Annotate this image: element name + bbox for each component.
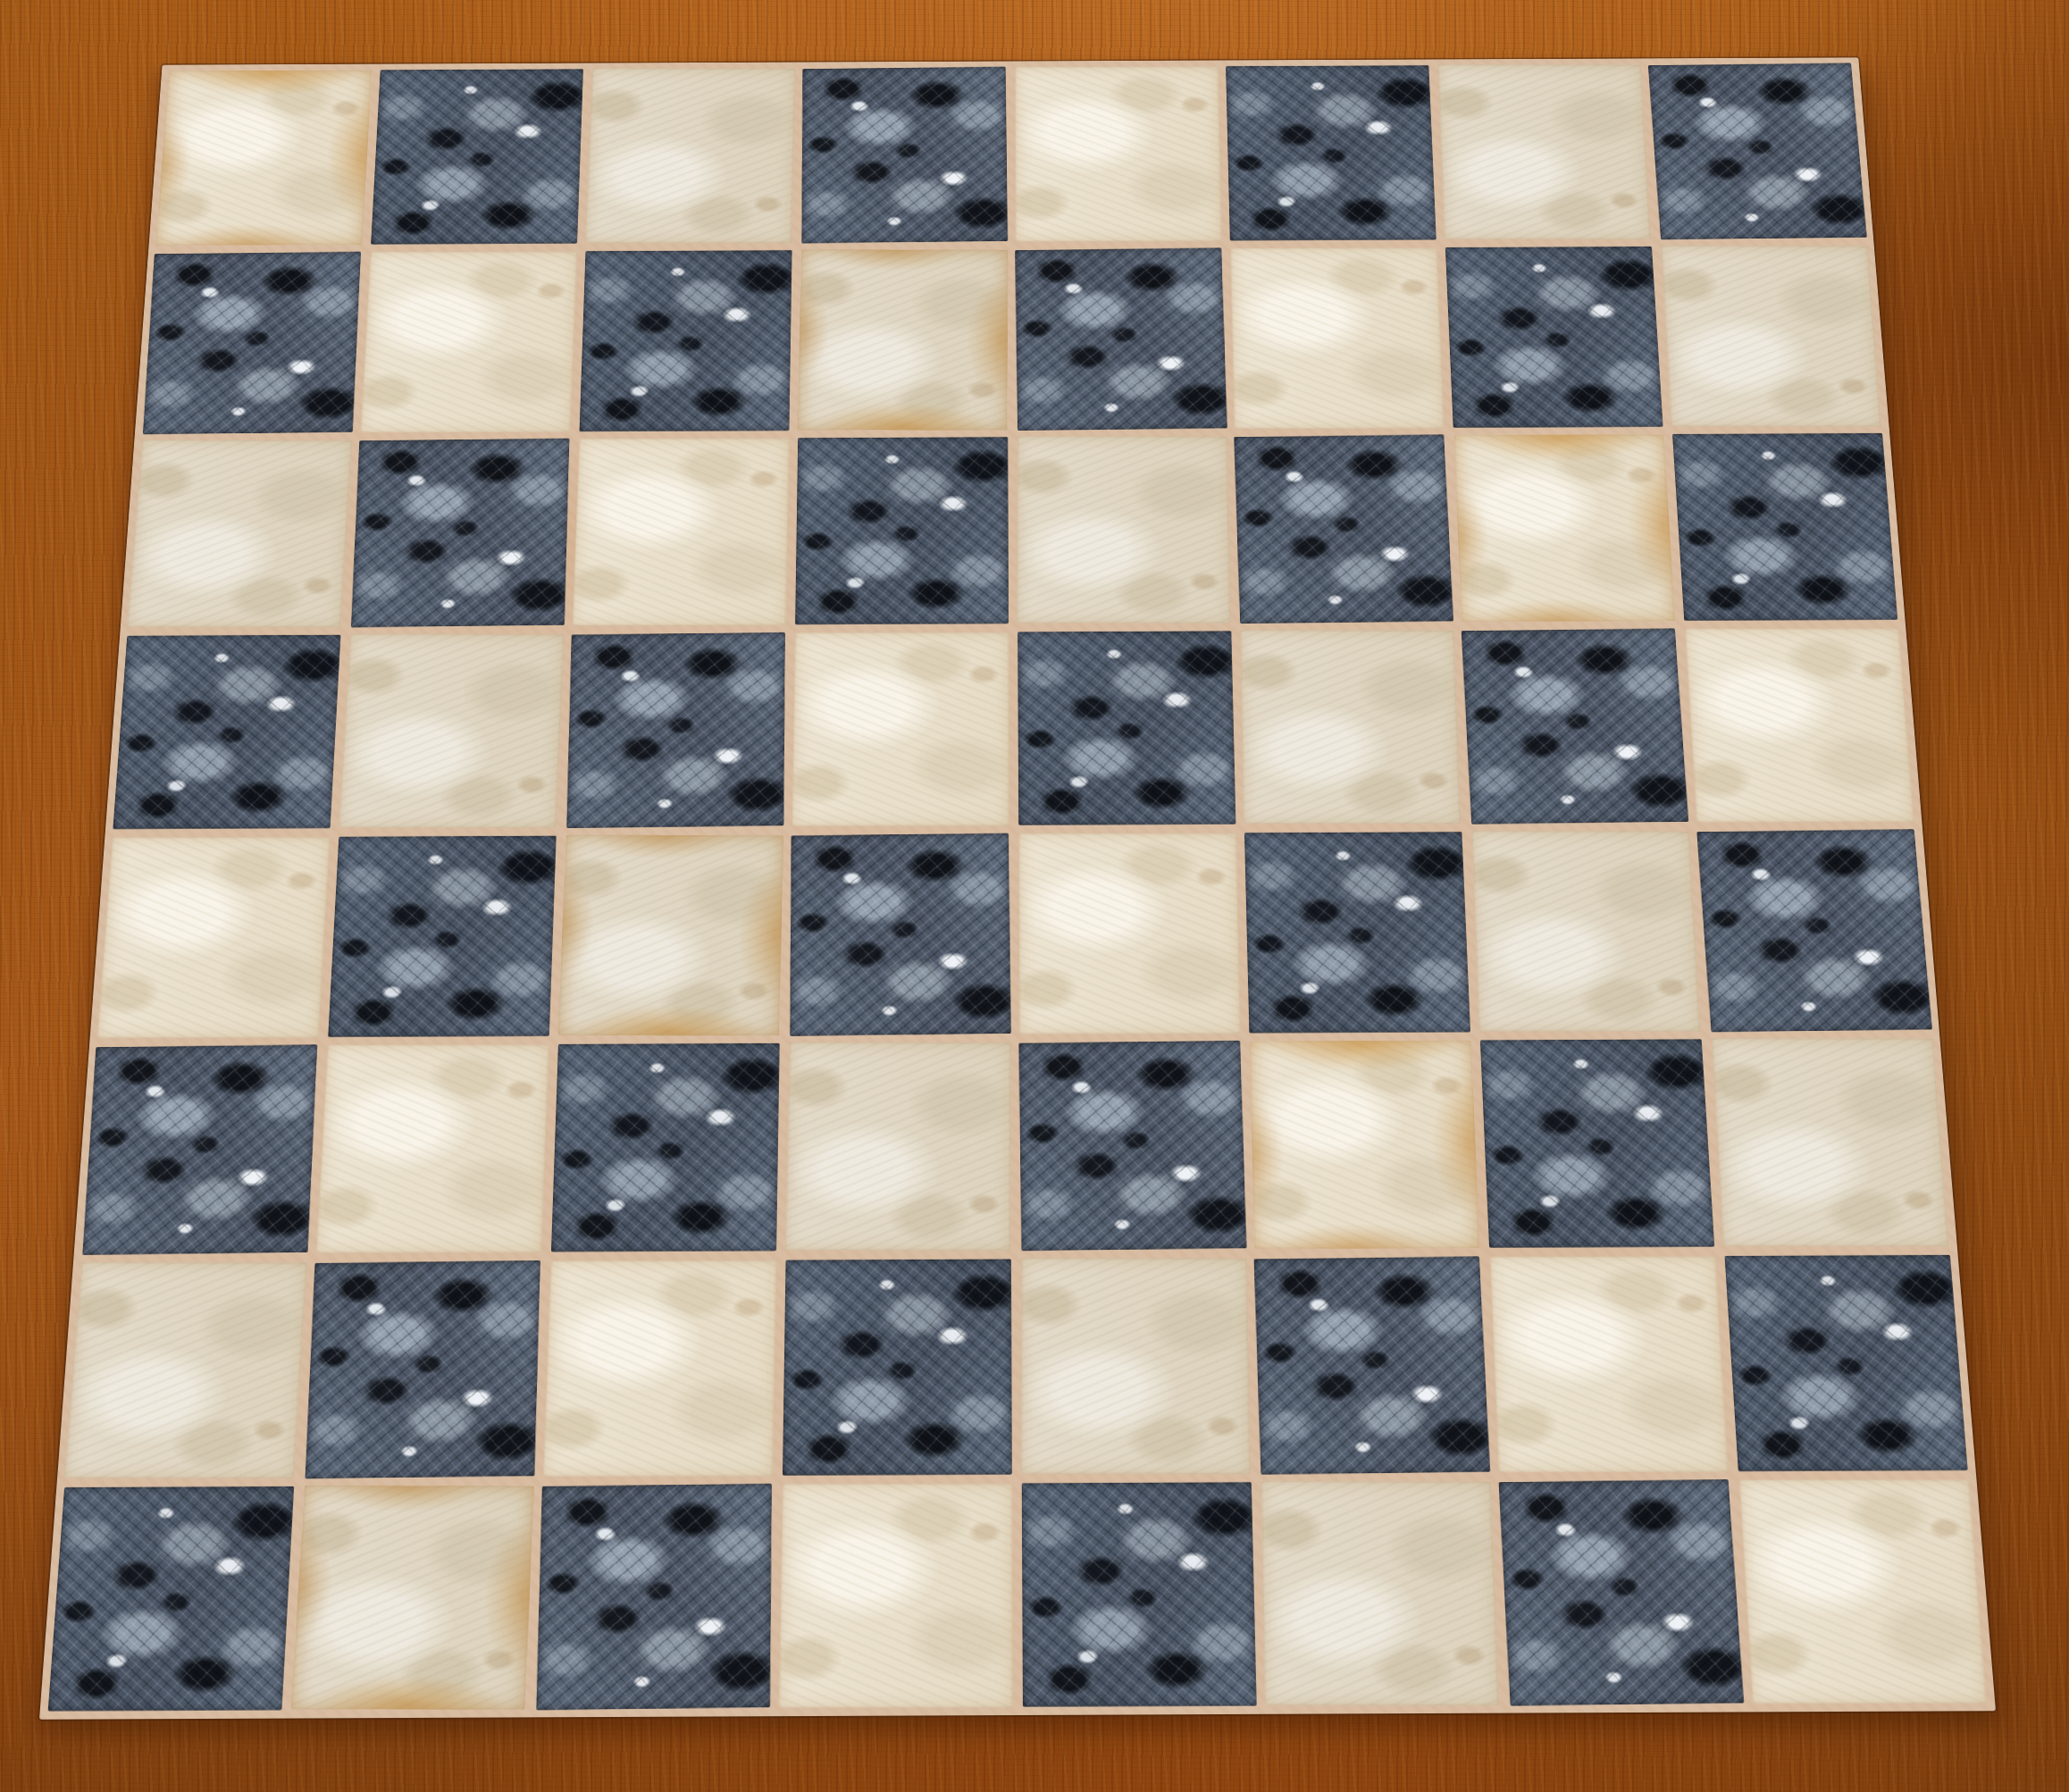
square-e3 [1018, 1041, 1246, 1251]
square-c2 [543, 1260, 776, 1476]
square-h2 [1725, 1255, 1968, 1471]
board-photo [0, 0, 2069, 1792]
square-g2 [1490, 1256, 1729, 1471]
square-b6 [351, 439, 569, 628]
square-f7 [1231, 247, 1445, 428]
square-e6 [1017, 437, 1230, 624]
square-f4 [1244, 832, 1470, 1033]
square-e4 [1018, 833, 1240, 1033]
square-e8 [1015, 67, 1221, 241]
square-c3 [551, 1043, 780, 1252]
square-a7 [143, 251, 361, 433]
square-d7 [797, 249, 1008, 430]
square-a2 [64, 1262, 307, 1478]
square-a3 [82, 1044, 317, 1254]
square-b2 [305, 1260, 540, 1478]
square-h6 [1672, 433, 1897, 621]
square-f1 [1261, 1482, 1499, 1706]
square-f6 [1235, 435, 1454, 624]
square-g7 [1445, 247, 1663, 428]
square-a4 [97, 837, 331, 1037]
square-a5 [113, 635, 340, 829]
square-f8 [1226, 65, 1437, 240]
square-e1 [1021, 1483, 1256, 1707]
square-h8 [1648, 63, 1867, 239]
square-d4 [790, 833, 1011, 1035]
square-f3 [1250, 1041, 1479, 1248]
square-f2 [1254, 1256, 1491, 1474]
square-c1 [536, 1484, 772, 1710]
square-e2 [1020, 1258, 1250, 1474]
square-g3 [1480, 1040, 1714, 1248]
square-h1 [1739, 1480, 1987, 1704]
chess-board [39, 57, 1996, 1719]
square-c6 [572, 439, 789, 625]
square-g6 [1454, 435, 1675, 622]
square-a8 [155, 71, 372, 245]
square-b5 [339, 634, 564, 828]
square-d3 [785, 1043, 1011, 1251]
square-d5 [792, 632, 1009, 825]
square-h7 [1662, 246, 1881, 426]
square-c8 [585, 69, 795, 243]
square-e5 [1018, 631, 1236, 825]
square-g4 [1472, 831, 1701, 1031]
square-g8 [1438, 65, 1651, 239]
square-b3 [316, 1045, 549, 1253]
square-d8 [801, 67, 1008, 244]
square-c4 [557, 834, 783, 1035]
board-perspective-wrap [39, 57, 1996, 1719]
square-b4 [328, 835, 556, 1036]
square-c7 [579, 250, 792, 431]
square-b7 [360, 251, 577, 431]
square-f5 [1241, 631, 1462, 825]
square-a6 [127, 440, 352, 627]
square-e7 [1015, 247, 1227, 430]
square-d6 [795, 438, 1009, 625]
square-b1 [291, 1486, 534, 1710]
square-h3 [1712, 1039, 1948, 1247]
square-d2 [783, 1259, 1012, 1475]
square-a1 [48, 1486, 294, 1711]
square-g5 [1462, 628, 1688, 824]
square-c5 [566, 632, 785, 828]
square-d1 [778, 1484, 1012, 1707]
square-b8 [371, 69, 583, 244]
square-h4 [1696, 829, 1932, 1032]
square-g1 [1499, 1479, 1745, 1705]
square-h5 [1685, 628, 1914, 821]
